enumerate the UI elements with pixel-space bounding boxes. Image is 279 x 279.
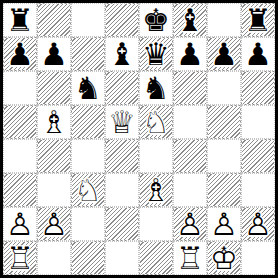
square-d7[interactable]: ♝: [105, 37, 139, 71]
white-king: ♚♔: [208, 242, 240, 274]
white-pawn-glyph: ♟: [6, 209, 34, 240]
square-e1[interactable]: [139, 241, 173, 275]
square-e4[interactable]: [139, 139, 173, 173]
black-pawn-glyph: ♟: [176, 39, 204, 70]
square-b8[interactable]: [37, 3, 71, 37]
white-queen-glyph: ♛: [108, 107, 136, 138]
square-f3[interactable]: [173, 173, 207, 207]
square-a6[interactable]: [3, 71, 37, 105]
white-pawn-glyph: ♟: [40, 209, 68, 240]
black-pawn-glyph: ♟: [6, 39, 34, 70]
black-knight: ♞: [140, 72, 172, 104]
white-bishop-glyph: ♝: [40, 107, 68, 138]
square-f2[interactable]: ♟♙: [173, 207, 207, 241]
black-pawn-glyph: ♟: [40, 39, 68, 70]
square-f5[interactable]: [173, 105, 207, 139]
square-a3[interactable]: [3, 173, 37, 207]
white-pawn: ♟♙: [174, 208, 206, 240]
black-pawn-glyph: ♟: [244, 39, 272, 70]
square-c1[interactable]: [71, 241, 105, 275]
black-pawn: ♟: [242, 38, 274, 70]
black-king: ♚: [140, 4, 172, 36]
square-h2[interactable]: ♟♙: [241, 207, 275, 241]
white-pawn-outline: ♙: [176, 209, 204, 240]
black-knight-glyph: ♞: [142, 73, 170, 104]
square-a4[interactable]: [3, 139, 37, 173]
square-b5[interactable]: ♝♗: [37, 105, 71, 139]
black-bishop-glyph: ♝: [176, 5, 204, 36]
white-knight: ♞♘: [72, 174, 104, 206]
square-e5[interactable]: ♞♘: [139, 105, 173, 139]
square-d3[interactable]: [105, 173, 139, 207]
white-knight-outline: ♘: [74, 175, 102, 206]
square-d1[interactable]: [105, 241, 139, 275]
square-d5[interactable]: ♛♕: [105, 105, 139, 139]
square-g8[interactable]: [207, 3, 241, 37]
black-knight-glyph: ♞: [74, 73, 102, 104]
white-pawn-outline: ♙: [244, 209, 272, 240]
black-pawn: ♟: [174, 38, 206, 70]
square-h8[interactable]: ♜: [241, 3, 275, 37]
square-f8[interactable]: ♝: [173, 3, 207, 37]
white-pawn-glyph: ♟: [244, 209, 272, 240]
white-knight-glyph: ♞: [142, 107, 170, 138]
white-pawn: ♟♙: [208, 208, 240, 240]
square-h3[interactable]: [241, 173, 275, 207]
white-queen-outline: ♕: [108, 107, 136, 138]
white-pawn-glyph: ♟: [176, 209, 204, 240]
square-c8[interactable]: [71, 3, 105, 37]
square-e6[interactable]: ♞: [139, 71, 173, 105]
square-e2[interactable]: [139, 207, 173, 241]
white-rook: ♜♖: [174, 242, 206, 274]
square-b6[interactable]: [37, 71, 71, 105]
square-e7[interactable]: ♛: [139, 37, 173, 71]
square-d4[interactable]: [105, 139, 139, 173]
square-g7[interactable]: ♟: [207, 37, 241, 71]
square-a2[interactable]: ♟♙: [3, 207, 37, 241]
white-pawn-outline: ♙: [210, 209, 238, 240]
square-f6[interactable]: [173, 71, 207, 105]
square-c5[interactable]: [71, 105, 105, 139]
white-king-outline: ♔: [210, 243, 238, 274]
square-e8[interactable]: ♚: [139, 3, 173, 37]
square-f7[interactable]: ♟: [173, 37, 207, 71]
black-queen-glyph: ♛: [142, 39, 170, 70]
white-pawn-outline: ♙: [6, 209, 34, 240]
white-rook-glyph: ♜: [6, 243, 34, 274]
white-knight-outline: ♘: [142, 107, 170, 138]
white-pawn-glyph: ♟: [210, 209, 238, 240]
black-bishop: ♝: [106, 38, 138, 70]
white-pawn: ♟♙: [242, 208, 274, 240]
square-b4[interactable]: [37, 139, 71, 173]
white-bishop-outline: ♗: [142, 175, 170, 206]
square-f1[interactable]: ♜♖: [173, 241, 207, 275]
square-c3[interactable]: ♞♘: [71, 173, 105, 207]
black-bishop: ♝: [174, 4, 206, 36]
black-rook-glyph: ♜: [6, 5, 34, 36]
white-queen: ♛♕: [106, 106, 138, 138]
black-king-glyph: ♚: [142, 5, 170, 36]
white-pawn: ♟♙: [38, 208, 70, 240]
square-g4[interactable]: [207, 139, 241, 173]
black-rook: ♜: [242, 4, 274, 36]
square-h6[interactable]: [241, 71, 275, 105]
square-b2[interactable]: ♟♙: [37, 207, 71, 241]
black-rook-glyph: ♜: [244, 5, 272, 36]
black-pawn: ♟: [38, 38, 70, 70]
square-g2[interactable]: ♟♙: [207, 207, 241, 241]
white-rook: ♜♖: [4, 242, 36, 274]
square-b7[interactable]: ♟: [37, 37, 71, 71]
square-g1[interactable]: ♚♔: [207, 241, 241, 275]
white-knight: ♞♘: [140, 106, 172, 138]
black-pawn: ♟: [4, 38, 36, 70]
square-c2[interactable]: [71, 207, 105, 241]
square-d6[interactable]: [105, 71, 139, 105]
white-knight-glyph: ♞: [74, 175, 102, 206]
white-bishop-outline: ♗: [40, 107, 68, 138]
square-g5[interactable]: [207, 105, 241, 139]
square-g3[interactable]: [207, 173, 241, 207]
black-pawn: ♟: [208, 38, 240, 70]
white-bishop-glyph: ♝: [142, 175, 170, 206]
square-h7[interactable]: ♟: [241, 37, 275, 71]
square-a8[interactable]: ♜: [3, 3, 37, 37]
square-d2[interactable]: [105, 207, 139, 241]
square-g6[interactable]: [207, 71, 241, 105]
square-c7[interactable]: [71, 37, 105, 71]
square-b1[interactable]: [37, 241, 71, 275]
square-e3[interactable]: ♝♗: [139, 173, 173, 207]
white-rook-outline: ♖: [176, 243, 204, 274]
white-rook-outline: ♖: [6, 243, 34, 274]
black-knight: ♞: [72, 72, 104, 104]
black-rook: ♜: [4, 4, 36, 36]
black-queen: ♛: [140, 38, 172, 70]
white-rook-glyph: ♜: [176, 243, 204, 274]
white-king-glyph: ♚: [210, 243, 238, 274]
square-c6[interactable]: ♞: [71, 71, 105, 105]
square-b3[interactable]: [37, 173, 71, 207]
square-a1[interactable]: ♜♖: [3, 241, 37, 275]
white-bishop: ♝♗: [38, 106, 70, 138]
black-bishop-glyph: ♝: [108, 39, 136, 70]
square-a7[interactable]: ♟: [3, 37, 37, 71]
black-pawn-glyph: ♟: [210, 39, 238, 70]
square-f4[interactable]: [173, 139, 207, 173]
white-pawn: ♟♙: [4, 208, 36, 240]
white-pawn-outline: ♙: [40, 209, 68, 240]
square-h4[interactable]: [241, 139, 275, 173]
chess-board: ♜♚♝♜♟♟♝♛♟♟♟♞♞♝♗♛♕♞♘♞♘♝♗♟♙♟♙♟♙♟♙♟♙♜♖♜♖♚♔: [0, 0, 278, 278]
square-a5[interactable]: [3, 105, 37, 139]
square-h1[interactable]: [241, 241, 275, 275]
square-c4[interactable]: [71, 139, 105, 173]
square-d8[interactable]: [105, 3, 139, 37]
square-h5[interactable]: [241, 105, 275, 139]
white-bishop: ♝♗: [140, 174, 172, 206]
